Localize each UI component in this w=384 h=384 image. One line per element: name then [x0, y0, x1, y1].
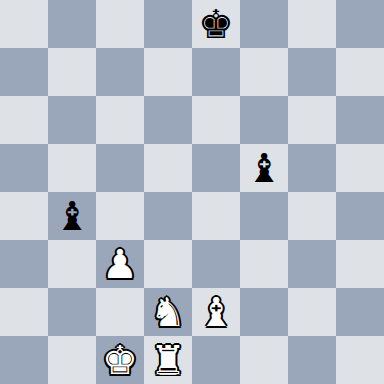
square-h3[interactable] [336, 240, 384, 288]
square-b7[interactable] [48, 48, 96, 96]
white-king-piece[interactable]: ♚ [102, 340, 138, 380]
square-g1[interactable] [288, 336, 336, 384]
square-a1[interactable] [0, 336, 48, 384]
white-bishop-piece[interactable]: ♝ [198, 292, 234, 332]
square-a3[interactable] [0, 240, 48, 288]
white-knight-piece[interactable]: ♞ [150, 292, 186, 332]
square-a8[interactable] [0, 0, 48, 48]
square-a2[interactable] [0, 288, 48, 336]
square-c8[interactable] [96, 0, 144, 48]
square-h2[interactable] [336, 288, 384, 336]
square-g6[interactable] [288, 96, 336, 144]
square-d3[interactable] [144, 240, 192, 288]
square-c3[interactable]: ♟ [96, 240, 144, 288]
square-b2[interactable] [48, 288, 96, 336]
square-f3[interactable] [240, 240, 288, 288]
square-a7[interactable] [0, 48, 48, 96]
chess-board: ♚♝♝♟♞♝♚♜ [0, 0, 384, 384]
square-h6[interactable] [336, 96, 384, 144]
square-b8[interactable] [48, 0, 96, 48]
black-bishop-piece[interactable]: ♝ [54, 196, 90, 236]
square-a4[interactable] [0, 192, 48, 240]
square-f2[interactable] [240, 288, 288, 336]
white-pawn-piece[interactable]: ♟ [102, 244, 138, 284]
square-g5[interactable] [288, 144, 336, 192]
square-f5[interactable]: ♝ [240, 144, 288, 192]
square-c2[interactable] [96, 288, 144, 336]
square-f6[interactable] [240, 96, 288, 144]
square-b6[interactable] [48, 96, 96, 144]
square-h4[interactable] [336, 192, 384, 240]
square-g4[interactable] [288, 192, 336, 240]
square-e3[interactable] [192, 240, 240, 288]
square-b1[interactable] [48, 336, 96, 384]
square-g8[interactable] [288, 0, 336, 48]
square-f1[interactable] [240, 336, 288, 384]
black-bishop-piece[interactable]: ♝ [246, 148, 282, 188]
white-rook-piece[interactable]: ♜ [150, 340, 186, 380]
square-h1[interactable] [336, 336, 384, 384]
square-e7[interactable] [192, 48, 240, 96]
square-g3[interactable] [288, 240, 336, 288]
black-king-piece[interactable]: ♚ [198, 4, 234, 44]
square-g2[interactable] [288, 288, 336, 336]
square-d5[interactable] [144, 144, 192, 192]
square-h7[interactable] [336, 48, 384, 96]
square-b5[interactable] [48, 144, 96, 192]
square-e6[interactable] [192, 96, 240, 144]
square-e5[interactable] [192, 144, 240, 192]
square-d6[interactable] [144, 96, 192, 144]
square-d8[interactable] [144, 0, 192, 48]
square-d4[interactable] [144, 192, 192, 240]
square-d1[interactable]: ♜ [144, 336, 192, 384]
square-f8[interactable] [240, 0, 288, 48]
square-h8[interactable] [336, 0, 384, 48]
square-d7[interactable] [144, 48, 192, 96]
square-b3[interactable] [48, 240, 96, 288]
square-h5[interactable] [336, 144, 384, 192]
square-c4[interactable] [96, 192, 144, 240]
square-e2[interactable]: ♝ [192, 288, 240, 336]
square-f7[interactable] [240, 48, 288, 96]
square-a6[interactable] [0, 96, 48, 144]
square-c7[interactable] [96, 48, 144, 96]
square-b4[interactable]: ♝ [48, 192, 96, 240]
square-e8[interactable]: ♚ [192, 0, 240, 48]
square-f4[interactable] [240, 192, 288, 240]
square-e4[interactable] [192, 192, 240, 240]
square-c6[interactable] [96, 96, 144, 144]
square-d2[interactable]: ♞ [144, 288, 192, 336]
square-a5[interactable] [0, 144, 48, 192]
square-g7[interactable] [288, 48, 336, 96]
square-c1[interactable]: ♚ [96, 336, 144, 384]
square-c5[interactable] [96, 144, 144, 192]
square-e1[interactable] [192, 336, 240, 384]
